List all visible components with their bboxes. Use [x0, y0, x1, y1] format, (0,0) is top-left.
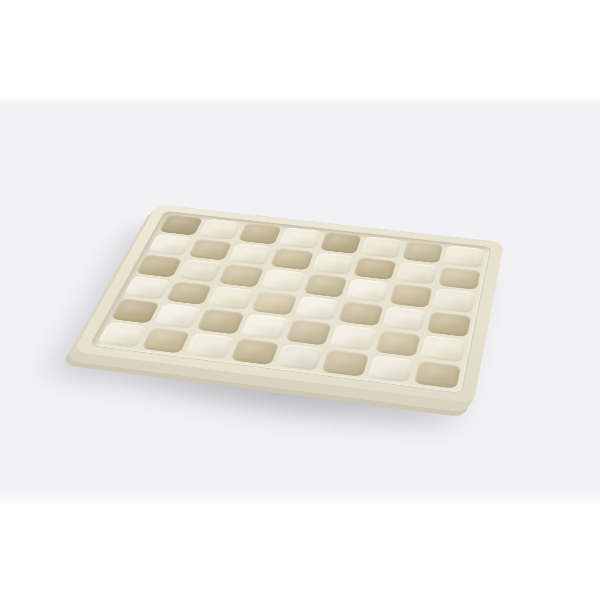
tile-r1c2-light — [198, 218, 242, 239]
tile-r4c7-light — [382, 306, 427, 332]
tile-r6c7-light — [368, 355, 415, 383]
tile-r2c4-tan — [270, 247, 314, 270]
tile-r6c6-tan — [321, 349, 369, 377]
tile-r3c3-tan — [219, 264, 264, 288]
tile-r1c8-light — [444, 245, 485, 268]
tile-r4c1-light — [123, 276, 170, 300]
tile-r5c6-light — [330, 324, 376, 351]
tile-r1c4-light — [279, 227, 322, 249]
tile-r6c5-light — [275, 343, 323, 371]
tile-r2c5-light — [311, 252, 355, 275]
tile-r5c4-light — [241, 314, 288, 340]
tile-r5c5-tan — [285, 319, 332, 345]
tile-r4c8-tan — [427, 311, 471, 337]
tile-r1c1-tan — [159, 214, 203, 235]
tile-r1c5-tan — [319, 232, 361, 254]
tile-r2c1-light — [148, 234, 193, 256]
tile-r2c7-light — [396, 261, 439, 284]
tile-r3c4-light — [261, 269, 306, 293]
tile-r3c2-light — [177, 259, 223, 282]
tile-r2c8-tan — [438, 266, 480, 290]
tile-r5c8-light — [421, 335, 467, 362]
tile-r2c6-tan — [353, 257, 396, 280]
tile-r2c2-tan — [188, 238, 233, 260]
tile-r5c7-tan — [375, 330, 421, 357]
tile-r5c1-tan — [111, 298, 160, 323]
tile-r1c6-light — [360, 236, 402, 258]
tile-r2c3-light — [229, 243, 273, 266]
tile-r5c2-light — [153, 303, 201, 329]
tile-r5c3-tan — [197, 308, 245, 334]
photo-backdrop — [0, 0, 600, 600]
tile-r4c3-light — [208, 286, 255, 311]
tile-r1c7-tan — [402, 241, 444, 263]
tile-r4c5-light — [294, 296, 340, 321]
tile-r3c8-light — [433, 288, 476, 313]
tile-r6c3-light — [185, 332, 234, 359]
tile-r4c6-tan — [338, 301, 383, 326]
tile-r6c1-light — [97, 321, 147, 347]
tile-r3c5-tan — [303, 273, 348, 297]
tile-r4c2-tan — [165, 281, 212, 305]
tile-r6c8-tan — [414, 360, 461, 389]
tile-r1c3-tan — [238, 223, 281, 245]
tile-r6c4-tan — [230, 338, 279, 365]
tile-r3c6-light — [346, 278, 390, 302]
tile-r3c7-tan — [389, 283, 433, 308]
tile-r3c1-tan — [136, 254, 182, 277]
tile-r6c2-tan — [141, 327, 191, 354]
tile-r4c4-tan — [251, 291, 297, 316]
